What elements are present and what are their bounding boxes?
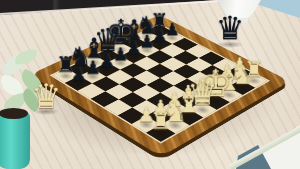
chess-set-photo: ♜♟♟♜♞♟♟♞♝♟♟♝♚♟♟♚♛♟♟♛♝♟♟♝♞♟♟♞♜♟♟♜ ♛ ♛ (0, 0, 300, 169)
spare-white-queen: ♛ (31, 79, 61, 113)
plant-soil (0, 108, 28, 119)
spare-black-queen: ♛ (215, 12, 245, 44)
plant-leaf (15, 49, 38, 65)
plant-pot (0, 112, 30, 169)
piece-white-rook-a1: ♜ (137, 109, 185, 133)
square-a1: ♜ (146, 125, 175, 142)
piece-black-pawn-a7: ♟ (56, 65, 101, 83)
